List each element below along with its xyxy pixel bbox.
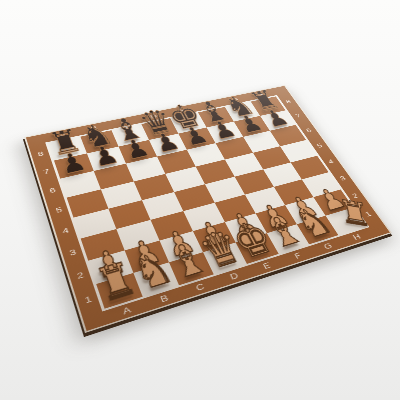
photo-background: ABCDEFGH ABCDEFGH 87654321 87654321 ♜♞♝♛… [0, 0, 400, 400]
squares-grid: ♜♞♝♛♚♝♞♜♟♟♟♟♟♟♟♟♟♟♟♟♟♟♟♟♜♞♝♛♚♝♞♜ [48, 96, 366, 308]
chess-board: ABCDEFGH ABCDEFGH 87654321 87654321 ♜♞♝♛… [24, 85, 392, 333]
piece-white-rook-h1: ♜ [336, 195, 374, 232]
board-frame: ♜♞♝♛♚♝♞♜♟♟♟♟♟♟♟♟♟♟♟♟♟♟♟♟♜♞♝♛♚♝♞♜ [45, 95, 369, 311]
